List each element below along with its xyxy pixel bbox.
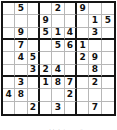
cell-r3c2-given: 9 — [15, 28, 27, 40]
cell-r6c5-given: 4 — [52, 65, 64, 77]
cell-r7c1-empty[interactable] — [3, 77, 15, 89]
cell-r1c7-given: 9 — [77, 3, 89, 15]
cell-r2c9-given: 5 — [102, 15, 114, 27]
cell-r1c8-empty[interactable] — [89, 3, 101, 15]
cell-r4c1-empty[interactable] — [3, 40, 15, 52]
cell-r4c3-empty[interactable] — [28, 40, 40, 52]
cell-r3c1-empty[interactable] — [3, 28, 15, 40]
cell-r8c5-empty[interactable] — [52, 89, 64, 101]
cell-r6c8-given: 8 — [89, 65, 101, 77]
cell-r2c8-given: 1 — [89, 15, 101, 27]
cell-r2c1-empty[interactable] — [3, 15, 15, 27]
cell-r4c5-given: 5 — [52, 40, 64, 52]
cell-r9c6-empty[interactable] — [65, 102, 77, 114]
cell-r1c2-given: 5 — [15, 3, 27, 15]
cell-r1c3-empty[interactable] — [28, 3, 40, 15]
cell-r2c3-empty[interactable] — [28, 15, 40, 27]
cell-r6c1-empty[interactable] — [3, 65, 15, 77]
footer: www.sudokudastampare.it — [0, 120, 117, 130]
cell-r1c4-empty[interactable] — [40, 3, 52, 15]
sudoku-page: 5299159514375614529324831872482237 www.s… — [0, 0, 117, 130]
cell-r5c2-given: 4 — [15, 52, 27, 64]
cell-r9c9-empty[interactable] — [102, 102, 114, 114]
cell-r7c7-empty[interactable] — [77, 77, 89, 89]
cell-r3c4-given: 5 — [40, 28, 52, 40]
cell-r8c7-empty[interactable] — [77, 89, 89, 101]
cell-r3c3-empty[interactable] — [28, 28, 40, 40]
sudoku-board: 5299159514375614529324831872482237 — [1, 1, 116, 116]
cell-r4c8-empty[interactable] — [89, 40, 101, 52]
cell-r7c5-given: 8 — [52, 77, 64, 89]
cell-r8c8-empty[interactable] — [89, 89, 101, 101]
cell-r9c3-given: 2 — [28, 102, 40, 114]
cell-r5c5-empty[interactable] — [52, 52, 64, 64]
cell-r4c6-given: 6 — [65, 40, 77, 52]
cell-r9c2-empty[interactable] — [15, 102, 27, 114]
cell-r1c1-empty[interactable] — [3, 3, 15, 15]
cell-r2c7-empty[interactable] — [77, 15, 89, 27]
cell-r8c3-empty[interactable] — [28, 89, 40, 101]
cell-r4c7-given: 1 — [77, 40, 89, 52]
cell-r1c9-empty[interactable] — [102, 3, 114, 15]
cell-r9c1-empty[interactable] — [3, 102, 15, 114]
cell-r6c4-given: 2 — [40, 65, 52, 77]
cell-r5c7-given: 2 — [77, 52, 89, 64]
cell-r3c8-given: 3 — [89, 28, 101, 40]
cell-r2c4-given: 9 — [40, 15, 52, 27]
cell-r5c1-empty[interactable] — [3, 52, 15, 64]
cell-r1c6-empty[interactable] — [65, 3, 77, 15]
cell-r5c3-given: 5 — [28, 52, 40, 64]
cell-r5c4-empty[interactable] — [40, 52, 52, 64]
cell-r4c2-given: 7 — [15, 40, 27, 52]
cell-r9c4-empty[interactable] — [40, 102, 52, 114]
cell-r6c3-given: 3 — [28, 65, 40, 77]
cell-r4c4-empty[interactable] — [40, 40, 52, 52]
cell-r8c1-given: 4 — [3, 89, 15, 101]
cell-r9c5-given: 3 — [52, 102, 64, 114]
cell-r7c8-given: 2 — [89, 77, 101, 89]
cell-r2c2-empty[interactable] — [15, 15, 27, 27]
cell-r7c4-given: 1 — [40, 77, 52, 89]
cell-r6c9-empty[interactable] — [102, 65, 114, 77]
cell-r2c6-empty[interactable] — [65, 15, 77, 27]
cell-r1c5-given: 2 — [52, 3, 64, 15]
cell-r8c9-empty[interactable] — [102, 89, 114, 101]
cell-r6c6-empty[interactable] — [65, 65, 77, 77]
cell-r9c7-empty[interactable] — [77, 102, 89, 114]
cell-r3c7-empty[interactable] — [77, 28, 89, 40]
watermark-url: www.sudokudastampare.it — [34, 129, 83, 130]
cell-r9c8-given: 7 — [89, 102, 101, 114]
cell-r7c9-empty[interactable] — [102, 77, 114, 89]
cell-r4c9-empty[interactable] — [102, 40, 114, 52]
cell-r7c6-given: 7 — [65, 77, 77, 89]
cell-r7c2-given: 3 — [15, 77, 27, 89]
cell-r3c5-given: 1 — [52, 28, 64, 40]
cell-r5c9-empty[interactable] — [102, 52, 114, 64]
cell-r3c9-empty[interactable] — [102, 28, 114, 40]
cell-r6c2-empty[interactable] — [15, 65, 27, 77]
cell-r7c3-empty[interactable] — [28, 77, 40, 89]
cell-r2c5-empty[interactable] — [52, 15, 64, 27]
cell-r5c8-given: 9 — [89, 52, 101, 64]
cell-r8c4-empty[interactable] — [40, 89, 52, 101]
cell-r8c6-given: 2 — [65, 89, 77, 101]
cell-r5c6-empty[interactable] — [65, 52, 77, 64]
cell-r8c2-given: 8 — [15, 89, 27, 101]
cell-r3c6-given: 4 — [65, 28, 77, 40]
cell-r6c7-empty[interactable] — [77, 65, 89, 77]
